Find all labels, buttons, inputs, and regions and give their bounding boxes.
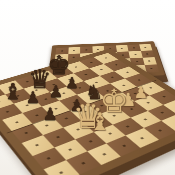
dark-pawn-piece[interactable]: ♟ [65, 76, 78, 91]
peg-hole-icon [56, 136, 60, 138]
peg-hole-icon [81, 161, 85, 164]
peg-hole-icon [0, 101, 1, 103]
peg-hole-icon [100, 69, 103, 70]
peg-hole-icon [137, 79, 140, 81]
peg-hole-icon [102, 153, 106, 156]
peg-hole-icon [15, 121, 19, 123]
peg-hole-icon [158, 129, 162, 131]
dark-bishop-piece[interactable]: ♝ [3, 81, 23, 103]
travel-chess-set-photo: ♝♛♚♟♟♟♞♟♟♛♝♚♟♟ [0, 0, 175, 175]
peg-hole-icon [68, 148, 72, 151]
peg-hole-icon [110, 76, 113, 78]
peg-hole-icon [115, 64, 118, 65]
peg-hole-icon [45, 125, 49, 127]
peg-hole-icon [147, 102, 151, 104]
dark-pawn-piece[interactable]: ♟ [26, 90, 40, 106]
peg-hole-icon [65, 118, 69, 120]
peg-hole-icon [79, 87, 82, 89]
peg-hole-icon [125, 72, 128, 73]
dark-pawn-piece[interactable]: ♟ [42, 106, 57, 123]
peg-hole-icon [88, 140, 92, 142]
dark-pawn-piece[interactable]: ♟ [49, 84, 63, 100]
peg-hole-icon [149, 87, 152, 89]
peg-hole-icon [75, 66, 78, 67]
peg-hole-icon [144, 118, 148, 120]
peg-hole-icon [162, 96, 165, 98]
peg-hole-icon [121, 144, 125, 146]
peg-hole-icon [59, 171, 63, 174]
peg-hole-icon [35, 114, 38, 116]
peg-hole-icon [6, 111, 9, 113]
peg-hole-icon [140, 137, 144, 139]
peg-hole-icon [25, 132, 29, 134]
peg-hole-icon [47, 157, 51, 160]
peg-hole-icon [85, 74, 88, 75]
peg-hole-icon [160, 112, 164, 114]
peg-hole-icon [104, 58, 107, 59]
peg-hole-icon [44, 98, 47, 100]
peg-hole-icon [126, 125, 130, 127]
peg-hole-icon [36, 144, 40, 146]
light-bishop-piece[interactable]: ♝ [89, 110, 111, 134]
peg-hole-icon [90, 62, 93, 63]
